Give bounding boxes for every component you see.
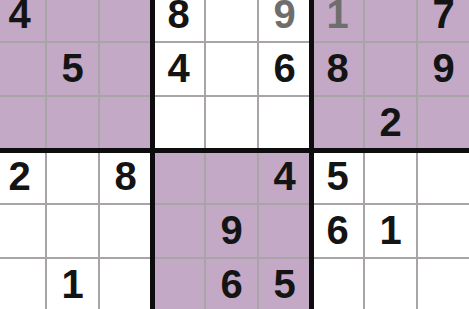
cell-r2c6[interactable]: 6 <box>259 43 312 97</box>
cell-r1c4[interactable]: 8 <box>153 0 206 43</box>
cell-r2c2[interactable]: 5 <box>47 43 100 97</box>
digit: 2 <box>379 102 401 142</box>
cell-r4c3[interactable]: 8 <box>100 151 153 205</box>
digit: 6 <box>273 48 295 88</box>
digit: 8 <box>326 48 348 88</box>
cell-r4c1[interactable]: 2 <box>0 151 47 205</box>
cell-r5c8[interactable]: 1 <box>365 205 418 259</box>
digit: 5 <box>326 156 348 196</box>
digit: 1 <box>326 0 348 34</box>
digit: 7 <box>432 0 454 34</box>
digit: 5 <box>61 48 83 88</box>
cell-r5c2[interactable] <box>47 205 100 259</box>
cell-r2c5[interactable] <box>206 43 259 97</box>
cell-r6c7[interactable] <box>312 259 365 309</box>
sudoku-grid: 489175468922845961165 <box>0 0 469 309</box>
digit: 9 <box>220 210 242 250</box>
cell-r3c6[interactable] <box>259 97 312 151</box>
digit: 6 <box>326 210 348 250</box>
cell-r5c1[interactable] <box>0 205 47 259</box>
digit: 5 <box>273 264 295 304</box>
cell-r4c8[interactable] <box>365 151 418 205</box>
cell-r4c2[interactable] <box>47 151 100 205</box>
digit: 4 <box>8 0 30 34</box>
cell-r2c1[interactable] <box>0 43 47 97</box>
cell-r2c4[interactable]: 4 <box>153 43 206 97</box>
digit: 4 <box>273 156 295 196</box>
cell-r2c9[interactable]: 9 <box>418 43 469 97</box>
cell-r4c6[interactable]: 4 <box>259 151 312 205</box>
cell-r3c7[interactable] <box>312 97 365 151</box>
cell-r5c7[interactable]: 6 <box>312 205 365 259</box>
sudoku-board-viewport: 489175468922845961165 <box>0 0 469 309</box>
cell-r1c5[interactable] <box>206 0 259 43</box>
cell-r6c8[interactable] <box>365 259 418 309</box>
cell-r3c9[interactable] <box>418 97 469 151</box>
cell-r2c7[interactable]: 8 <box>312 43 365 97</box>
cell-r6c5[interactable]: 6 <box>206 259 259 309</box>
cell-r5c9[interactable] <box>418 205 469 259</box>
cell-r1c3[interactable] <box>100 0 153 43</box>
cell-r5c3[interactable] <box>100 205 153 259</box>
cell-r6c3[interactable] <box>100 259 153 309</box>
box-border-horizontal-1 <box>0 148 469 153</box>
cell-r3c5[interactable] <box>206 97 259 151</box>
cell-r1c7[interactable]: 1 <box>312 0 365 43</box>
box-border-vertical-2 <box>309 0 314 309</box>
cell-r1c2[interactable] <box>47 0 100 43</box>
cell-r2c3[interactable] <box>100 43 153 97</box>
cell-r4c7[interactable]: 5 <box>312 151 365 205</box>
digit: 9 <box>273 0 295 34</box>
cell-r1c8[interactable] <box>365 0 418 43</box>
digit: 2 <box>8 156 30 196</box>
digit: 1 <box>379 210 401 250</box>
cell-r3c2[interactable] <box>47 97 100 151</box>
cell-r6c6[interactable]: 5 <box>259 259 312 309</box>
cell-r1c9[interactable]: 7 <box>418 0 469 43</box>
digit: 8 <box>114 156 136 196</box>
digit: 4 <box>167 48 189 88</box>
cell-r2c8[interactable] <box>365 43 418 97</box>
digit: 9 <box>432 48 454 88</box>
cell-r1c6[interactable]: 9 <box>259 0 312 43</box>
cell-r3c3[interactable] <box>100 97 153 151</box>
digit: 8 <box>167 0 189 34</box>
cell-r5c6[interactable] <box>259 205 312 259</box>
cell-r3c8[interactable]: 2 <box>365 97 418 151</box>
cell-r4c4[interactable] <box>153 151 206 205</box>
digit: 6 <box>220 264 242 304</box>
cell-r1c1[interactable]: 4 <box>0 0 47 43</box>
cell-r6c1[interactable] <box>0 259 47 309</box>
cell-r5c4[interactable] <box>153 205 206 259</box>
cell-r4c5[interactable] <box>206 151 259 205</box>
box-border-vertical-1 <box>150 0 155 309</box>
cell-r6c2[interactable]: 1 <box>47 259 100 309</box>
cell-r6c9[interactable] <box>418 259 469 309</box>
cell-r3c4[interactable] <box>153 97 206 151</box>
cell-r3c1[interactable] <box>0 97 47 151</box>
cell-r5c5[interactable]: 9 <box>206 205 259 259</box>
digit: 1 <box>61 264 83 304</box>
cell-r4c9[interactable] <box>418 151 469 205</box>
cell-r6c4[interactable] <box>153 259 206 309</box>
